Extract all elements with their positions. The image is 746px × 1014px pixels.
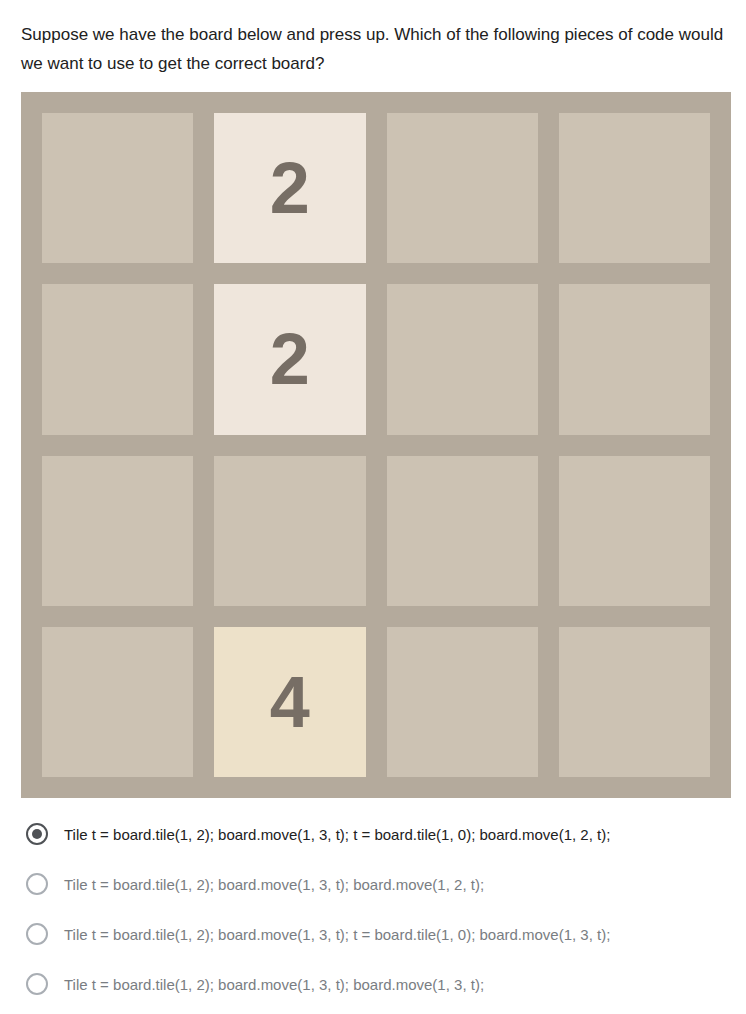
- board-cell: [387, 456, 538, 606]
- radio-button[interactable]: [26, 873, 48, 895]
- answer-option-3[interactable]: Tile t = board.tile(1, 2); board.move(1,…: [26, 909, 746, 959]
- board-cell: [42, 627, 193, 777]
- answer-option-1[interactable]: Tile t = board.tile(1, 2); board.move(1,…: [26, 809, 746, 859]
- board-cell: [42, 284, 193, 434]
- board-cell: 2: [214, 284, 365, 434]
- board-cell: [559, 627, 710, 777]
- answer-option-label[interactable]: Tile t = board.tile(1, 2); board.move(1,…: [64, 826, 610, 843]
- board-cell: [214, 456, 365, 606]
- answer-option-4[interactable]: Tile t = board.tile(1, 2); board.move(1,…: [26, 959, 746, 1009]
- radio-button[interactable]: [26, 923, 48, 945]
- answer-option-label[interactable]: Tile t = board.tile(1, 2); board.move(1,…: [64, 876, 484, 893]
- board-cell: [559, 284, 710, 434]
- board-cell: [559, 113, 710, 263]
- board-cell: [387, 113, 538, 263]
- answer-option-label[interactable]: Tile t = board.tile(1, 2); board.move(1,…: [64, 926, 610, 943]
- answer-option-2[interactable]: Tile t = board.tile(1, 2); board.move(1,…: [26, 859, 746, 909]
- board-cell: 4: [214, 627, 365, 777]
- answer-options: Tile t = board.tile(1, 2); board.move(1,…: [26, 809, 746, 1009]
- radio-button[interactable]: [26, 973, 48, 995]
- board-cell: [387, 627, 538, 777]
- board-cell: [42, 113, 193, 263]
- radio-button[interactable]: [26, 823, 48, 845]
- game-board-2048: 2 2 4: [21, 92, 731, 798]
- board-cell: [42, 456, 193, 606]
- board-cell: [559, 456, 710, 606]
- board-cell: 2: [214, 113, 365, 263]
- answer-option-label[interactable]: Tile t = board.tile(1, 2); board.move(1,…: [64, 976, 484, 993]
- board-cell: [387, 284, 538, 434]
- question-text: Suppose we have the board below and pres…: [0, 0, 746, 78]
